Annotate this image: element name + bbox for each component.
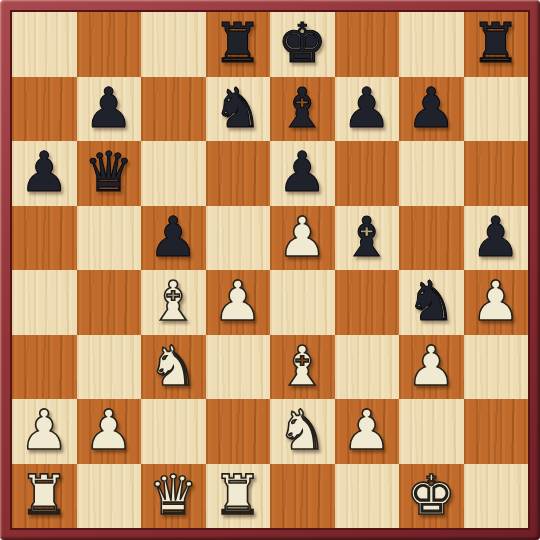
piece-white-pawn-g3[interactable]: ♟: [399, 335, 464, 400]
square-f6[interactable]: [335, 141, 400, 206]
square-b7[interactable]: ♟: [77, 77, 142, 142]
piece-black-bishop-f5[interactable]: ♝: [335, 206, 400, 271]
square-d2[interactable]: [206, 399, 271, 464]
square-b1[interactable]: [77, 464, 142, 529]
square-h6[interactable]: [464, 141, 529, 206]
square-g4[interactable]: ♞: [399, 270, 464, 335]
square-h1[interactable]: [464, 464, 529, 529]
piece-white-queen-c1[interactable]: ♛: [141, 464, 206, 529]
square-e4[interactable]: [270, 270, 335, 335]
square-a5[interactable]: [12, 206, 77, 271]
piece-black-knight-d7[interactable]: ♞: [206, 77, 271, 142]
square-h7[interactable]: [464, 77, 529, 142]
square-e3[interactable]: ♝: [270, 335, 335, 400]
square-f7[interactable]: ♟: [335, 77, 400, 142]
square-g5[interactable]: [399, 206, 464, 271]
piece-black-knight-g4[interactable]: ♞: [399, 270, 464, 335]
piece-black-pawn-e6[interactable]: ♟: [270, 141, 335, 206]
square-c5[interactable]: ♟: [141, 206, 206, 271]
square-e5[interactable]: ♟: [270, 206, 335, 271]
square-h3[interactable]: [464, 335, 529, 400]
square-b4[interactable]: [77, 270, 142, 335]
square-h4[interactable]: ♟: [464, 270, 529, 335]
square-g6[interactable]: [399, 141, 464, 206]
square-a4[interactable]: [12, 270, 77, 335]
piece-white-pawn-f2[interactable]: ♟: [335, 399, 400, 464]
piece-white-king-g1[interactable]: ♚: [399, 464, 464, 529]
square-c2[interactable]: [141, 399, 206, 464]
square-f4[interactable]: [335, 270, 400, 335]
square-a7[interactable]: [12, 77, 77, 142]
square-a2[interactable]: ♟: [12, 399, 77, 464]
chess-board: ♜♚♜♟♞♝♟♟♟♛♟♟♟♝♟♝♟♞♟♞♝♟♟♟♞♟♜♛♜♚: [12, 12, 528, 528]
square-b2[interactable]: ♟: [77, 399, 142, 464]
piece-white-pawn-e5[interactable]: ♟: [270, 206, 335, 271]
square-a8[interactable]: [12, 12, 77, 77]
piece-white-rook-a1[interactable]: ♜: [12, 464, 77, 529]
piece-white-knight-e2[interactable]: ♞: [270, 399, 335, 464]
square-g7[interactable]: ♟: [399, 77, 464, 142]
square-d4[interactable]: ♟: [206, 270, 271, 335]
square-g2[interactable]: [399, 399, 464, 464]
piece-black-pawn-f7[interactable]: ♟: [335, 77, 400, 142]
square-e7[interactable]: ♝: [270, 77, 335, 142]
square-c1[interactable]: ♛: [141, 464, 206, 529]
piece-black-pawn-a6[interactable]: ♟: [12, 141, 77, 206]
piece-black-king-e8[interactable]: ♚: [270, 12, 335, 77]
piece-white-bishop-e3[interactable]: ♝: [270, 335, 335, 400]
square-b6[interactable]: ♛: [77, 141, 142, 206]
square-f8[interactable]: [335, 12, 400, 77]
piece-white-knight-c3[interactable]: ♞: [141, 335, 206, 400]
piece-black-pawn-b7[interactable]: ♟: [77, 77, 142, 142]
piece-white-rook-d1[interactable]: ♜: [206, 464, 271, 529]
square-f5[interactable]: ♝: [335, 206, 400, 271]
square-c7[interactable]: [141, 77, 206, 142]
square-c3[interactable]: ♞: [141, 335, 206, 400]
square-e2[interactable]: ♞: [270, 399, 335, 464]
square-b3[interactable]: [77, 335, 142, 400]
square-d3[interactable]: [206, 335, 271, 400]
square-d8[interactable]: ♜: [206, 12, 271, 77]
piece-white-pawn-a2[interactable]: ♟: [12, 399, 77, 464]
square-e1[interactable]: [270, 464, 335, 529]
square-e8[interactable]: ♚: [270, 12, 335, 77]
square-a1[interactable]: ♜: [12, 464, 77, 529]
square-a6[interactable]: ♟: [12, 141, 77, 206]
square-e6[interactable]: ♟: [270, 141, 335, 206]
square-h5[interactable]: ♟: [464, 206, 529, 271]
board-frame: ♜♚♜♟♞♝♟♟♟♛♟♟♟♝♟♝♟♞♟♞♝♟♟♟♞♟♜♛♜♚: [0, 0, 540, 540]
piece-black-pawn-c5[interactable]: ♟: [141, 206, 206, 271]
piece-white-pawn-h4[interactable]: ♟: [464, 270, 529, 335]
square-d7[interactable]: ♞: [206, 77, 271, 142]
piece-white-bishop-c4[interactable]: ♝: [141, 270, 206, 335]
square-c4[interactable]: ♝: [141, 270, 206, 335]
square-f1[interactable]: [335, 464, 400, 529]
square-d1[interactable]: ♜: [206, 464, 271, 529]
piece-black-rook-h8[interactable]: ♜: [464, 12, 529, 77]
square-c6[interactable]: [141, 141, 206, 206]
board-border: ♜♚♜♟♞♝♟♟♟♛♟♟♟♝♟♝♟♞♟♞♝♟♟♟♞♟♜♛♜♚: [10, 10, 530, 530]
square-b5[interactable]: [77, 206, 142, 271]
square-h2[interactable]: [464, 399, 529, 464]
square-g3[interactable]: ♟: [399, 335, 464, 400]
square-g1[interactable]: ♚: [399, 464, 464, 529]
square-c8[interactable]: [141, 12, 206, 77]
piece-black-bishop-e7[interactable]: ♝: [270, 77, 335, 142]
square-f2[interactable]: ♟: [335, 399, 400, 464]
piece-black-rook-d8[interactable]: ♜: [206, 12, 271, 77]
square-f3[interactable]: [335, 335, 400, 400]
square-b8[interactable]: [77, 12, 142, 77]
square-a3[interactable]: [12, 335, 77, 400]
piece-black-pawn-h5[interactable]: ♟: [464, 206, 529, 271]
square-h8[interactable]: ♜: [464, 12, 529, 77]
piece-black-pawn-g7[interactable]: ♟: [399, 77, 464, 142]
piece-white-pawn-d4[interactable]: ♟: [206, 270, 271, 335]
square-d6[interactable]: [206, 141, 271, 206]
piece-white-pawn-b2[interactable]: ♟: [77, 399, 142, 464]
square-d5[interactable]: [206, 206, 271, 271]
square-g8[interactable]: [399, 12, 464, 77]
piece-black-queen-b6[interactable]: ♛: [77, 141, 142, 206]
